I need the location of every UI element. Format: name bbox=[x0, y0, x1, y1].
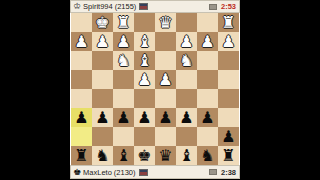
square-f7[interactable] bbox=[113, 127, 134, 146]
square-e1[interactable] bbox=[134, 13, 155, 32]
square-b2[interactable]: ♟ bbox=[197, 32, 218, 51]
black-side-icon: ♚ bbox=[73, 168, 81, 177]
square-f2[interactable]: ♟ bbox=[113, 32, 134, 51]
square-d2[interactable] bbox=[155, 32, 176, 51]
square-e4[interactable]: ♟ bbox=[134, 70, 155, 89]
bottom-player-flag-icon bbox=[139, 169, 148, 176]
square-h8[interactable]: ♜ bbox=[71, 146, 92, 165]
square-b4[interactable] bbox=[197, 70, 218, 89]
black-king: ♚ bbox=[134, 146, 155, 165]
black-pawn: ♟ bbox=[134, 108, 155, 127]
square-e7[interactable] bbox=[134, 127, 155, 146]
black-bishop: ♝ bbox=[113, 146, 134, 165]
square-f1[interactable]: ♜ bbox=[113, 13, 134, 32]
white-rook: ♜ bbox=[113, 13, 134, 32]
square-e5[interactable] bbox=[134, 89, 155, 108]
square-e3[interactable]: ♝ bbox=[134, 51, 155, 70]
white-knight: ♞ bbox=[113, 51, 134, 70]
black-queen: ♛ bbox=[155, 146, 176, 165]
square-g7[interactable] bbox=[92, 127, 113, 146]
square-g4[interactable] bbox=[92, 70, 113, 89]
square-d6[interactable]: ♟ bbox=[155, 108, 176, 127]
square-b8[interactable]: ♞ bbox=[197, 146, 218, 165]
square-a8[interactable]: ♜ bbox=[218, 146, 239, 165]
white-pawn: ♟ bbox=[71, 32, 92, 51]
white-pawn: ♟ bbox=[197, 32, 218, 51]
black-pawn: ♟ bbox=[155, 108, 176, 127]
top-player-rating: (2155) bbox=[115, 2, 137, 11]
square-d1[interactable]: ♛ bbox=[155, 13, 176, 32]
black-bishop: ♝ bbox=[176, 146, 197, 165]
bottom-player-rating: (2130) bbox=[114, 168, 136, 177]
white-knight: ♞ bbox=[176, 51, 197, 70]
square-b7[interactable] bbox=[197, 127, 218, 146]
square-b1[interactable] bbox=[197, 13, 218, 32]
square-g8[interactable]: ♞ bbox=[92, 146, 113, 165]
square-c5[interactable] bbox=[176, 89, 197, 108]
square-g6[interactable]: ♟ bbox=[92, 108, 113, 127]
bottom-player-bar: ♚ MaxLeto (2130) 2:38 bbox=[70, 165, 240, 179]
top-connection-icon bbox=[209, 4, 217, 10]
square-h1[interactable] bbox=[71, 13, 92, 32]
square-d3[interactable] bbox=[155, 51, 176, 70]
square-e6[interactable]: ♟ bbox=[134, 108, 155, 127]
square-c3[interactable]: ♞ bbox=[176, 51, 197, 70]
white-bishop: ♝ bbox=[134, 51, 155, 70]
white-pawn: ♟ bbox=[218, 32, 239, 51]
black-pawn: ♟ bbox=[218, 127, 239, 146]
square-g3[interactable] bbox=[92, 51, 113, 70]
white-rook: ♜ bbox=[218, 13, 239, 32]
square-f8[interactable]: ♝ bbox=[113, 146, 134, 165]
white-king: ♚ bbox=[92, 13, 113, 32]
square-a5[interactable] bbox=[218, 89, 239, 108]
square-h6[interactable]: ♟ bbox=[71, 108, 92, 127]
square-d7[interactable] bbox=[155, 127, 176, 146]
white-bishop: ♝ bbox=[134, 32, 155, 51]
square-h5[interactable] bbox=[71, 89, 92, 108]
white-pawn: ♟ bbox=[92, 32, 113, 51]
top-player-flag-icon bbox=[139, 3, 148, 10]
square-f4[interactable] bbox=[113, 70, 134, 89]
square-d8[interactable]: ♛ bbox=[155, 146, 176, 165]
black-knight: ♞ bbox=[197, 146, 218, 165]
bottom-player-name: MaxLeto bbox=[83, 168, 112, 177]
black-knight: ♞ bbox=[92, 146, 113, 165]
square-f5[interactable] bbox=[113, 89, 134, 108]
square-c1[interactable] bbox=[176, 13, 197, 32]
white-pawn: ♟ bbox=[113, 32, 134, 51]
bottom-connection-icon bbox=[209, 169, 217, 175]
square-h4[interactable] bbox=[71, 70, 92, 89]
bottom-clock: 2:38 bbox=[221, 168, 236, 177]
square-h7[interactable] bbox=[71, 127, 92, 146]
square-a2[interactable]: ♟ bbox=[218, 32, 239, 51]
square-e8[interactable]: ♚ bbox=[134, 146, 155, 165]
square-a6[interactable] bbox=[218, 108, 239, 127]
top-player-bar: ♔ Spirit994 (2155) 2:53 bbox=[70, 0, 240, 13]
chess-board[interactable]: ♚♜♛♜♟♟♟♝♟♟♟♞♝♞♟♟♟♟♟♟♟♟♟♟♜♞♝♚♛♝♞♜ bbox=[71, 13, 239, 165]
top-player-name: Spirit994 bbox=[83, 2, 113, 11]
square-c8[interactable]: ♝ bbox=[176, 146, 197, 165]
square-d5[interactable] bbox=[155, 89, 176, 108]
square-c2[interactable]: ♟ bbox=[176, 32, 197, 51]
square-g1[interactable]: ♚ bbox=[92, 13, 113, 32]
square-b6[interactable]: ♟ bbox=[197, 108, 218, 127]
black-pawn: ♟ bbox=[176, 108, 197, 127]
white-side-icon: ♔ bbox=[73, 2, 81, 11]
square-c7[interactable] bbox=[176, 127, 197, 146]
square-g2[interactable]: ♟ bbox=[92, 32, 113, 51]
square-a7[interactable]: ♟ bbox=[218, 127, 239, 146]
square-e2[interactable]: ♝ bbox=[134, 32, 155, 51]
square-d4[interactable]: ♟ bbox=[155, 70, 176, 89]
black-pawn: ♟ bbox=[92, 108, 113, 127]
square-f3[interactable]: ♞ bbox=[113, 51, 134, 70]
white-pawn: ♟ bbox=[134, 70, 155, 89]
square-b5[interactable] bbox=[197, 89, 218, 108]
white-pawn: ♟ bbox=[155, 70, 176, 89]
black-rook: ♜ bbox=[71, 146, 92, 165]
top-clock: 2:53 bbox=[221, 2, 236, 11]
square-b3[interactable] bbox=[197, 51, 218, 70]
square-a1[interactable]: ♜ bbox=[218, 13, 239, 32]
square-g5[interactable] bbox=[92, 89, 113, 108]
white-queen: ♛ bbox=[155, 13, 176, 32]
square-a4[interactable] bbox=[218, 70, 239, 89]
black-pawn: ♟ bbox=[113, 108, 134, 127]
square-h2[interactable]: ♟ bbox=[71, 32, 92, 51]
black-rook: ♜ bbox=[218, 146, 239, 165]
square-f6[interactable]: ♟ bbox=[113, 108, 134, 127]
black-pawn: ♟ bbox=[71, 108, 92, 127]
square-c4[interactable] bbox=[176, 70, 197, 89]
square-c6[interactable]: ♟ bbox=[176, 108, 197, 127]
white-pawn: ♟ bbox=[176, 32, 197, 51]
black-pawn: ♟ bbox=[197, 108, 218, 127]
square-h3[interactable] bbox=[71, 51, 92, 70]
square-a3[interactable] bbox=[218, 51, 239, 70]
board-frame: ♚♜♛♜♟♟♟♝♟♟♟♞♝♞♟♟♟♟♟♟♟♟♟♟♜♞♝♚♛♝♞♜ bbox=[70, 13, 240, 165]
